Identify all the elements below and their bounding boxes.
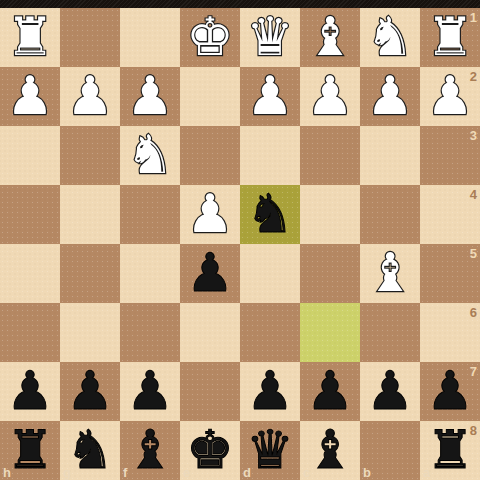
square-f5[interactable] [120,244,180,303]
square-d7[interactable]: ♟ [240,362,300,421]
chess-board: ♜♚♛♝♞1♜♟♟♟♟♟♟2♟♞3♟♞4♟♝56♟♟♟♟♟♟7♟h♜g♞f♝e♚… [0,8,480,480]
piece-white-pawn[interactable]: ♟ [420,66,480,125]
square-a3[interactable]: 3 [420,126,480,185]
square-e4[interactable]: ♟ [180,185,240,244]
square-c2[interactable]: ♟ [300,67,360,126]
square-c7[interactable]: ♟ [300,362,360,421]
square-f4[interactable] [120,185,180,244]
piece-white-rook[interactable]: ♜ [0,7,60,66]
file-label-b: b [363,465,371,480]
square-d6[interactable] [240,303,300,362]
piece-white-knight[interactable]: ♞ [120,125,180,184]
square-h8[interactable]: h♜ [0,421,60,480]
piece-black-pawn[interactable]: ♟ [180,243,240,302]
square-d3[interactable] [240,126,300,185]
piece-white-rook[interactable]: ♜ [420,7,480,66]
square-e2[interactable] [180,67,240,126]
square-a7[interactable]: 7♟ [420,362,480,421]
square-a1[interactable]: 1♜ [420,8,480,67]
square-h4[interactable] [0,185,60,244]
square-h2[interactable]: ♟ [0,67,60,126]
piece-black-bishop[interactable]: ♝ [300,420,360,479]
piece-black-pawn[interactable]: ♟ [120,361,180,420]
piece-white-pawn[interactable]: ♟ [120,66,180,125]
square-a5[interactable]: 5 [420,244,480,303]
piece-white-pawn[interactable]: ♟ [360,66,420,125]
square-h7[interactable]: ♟ [0,362,60,421]
square-a4[interactable]: 4 [420,185,480,244]
piece-white-pawn[interactable]: ♟ [180,184,240,243]
piece-black-queen[interactable]: ♛ [240,420,300,479]
square-g8[interactable]: g♞ [60,421,120,480]
piece-black-pawn[interactable]: ♟ [240,361,300,420]
piece-white-pawn[interactable]: ♟ [0,66,60,125]
piece-black-knight[interactable]: ♞ [240,184,300,243]
square-g7[interactable]: ♟ [60,362,120,421]
square-b8[interactable]: b [360,421,420,480]
square-c3[interactable] [300,126,360,185]
rank-label-6: 6 [470,305,477,320]
square-g3[interactable] [60,126,120,185]
square-f2[interactable]: ♟ [120,67,180,126]
square-d2[interactable]: ♟ [240,67,300,126]
square-e1[interactable]: ♚ [180,8,240,67]
square-d5[interactable] [240,244,300,303]
square-f6[interactable] [120,303,180,362]
square-g1[interactable] [60,8,120,67]
square-h6[interactable] [0,303,60,362]
square-f7[interactable]: ♟ [120,362,180,421]
square-c5[interactable] [300,244,360,303]
square-d4[interactable]: ♞ [240,185,300,244]
rank-label-5: 5 [470,246,477,261]
piece-white-bishop[interactable]: ♝ [360,243,420,302]
square-g4[interactable] [60,185,120,244]
square-f8[interactable]: f♝ [120,421,180,480]
square-g2[interactable]: ♟ [60,67,120,126]
square-a2[interactable]: 2♟ [420,67,480,126]
rank-label-3: 3 [470,128,477,143]
piece-white-king[interactable]: ♚ [180,7,240,66]
square-d1[interactable]: ♛ [240,8,300,67]
square-a8[interactable]: a8♜ [420,421,480,480]
square-b5[interactable]: ♝ [360,244,420,303]
piece-black-bishop[interactable]: ♝ [120,420,180,479]
piece-black-pawn[interactable]: ♟ [420,361,480,420]
piece-black-rook[interactable]: ♜ [0,420,60,479]
square-b2[interactable]: ♟ [360,67,420,126]
rank-label-4: 4 [470,187,477,202]
chess-app-frame: ♜♚♛♝♞1♜♟♟♟♟♟♟2♟♞3♟♞4♟♝56♟♟♟♟♟♟7♟h♜g♞f♝e♚… [0,0,480,480]
square-h5[interactable] [0,244,60,303]
square-b7[interactable]: ♟ [360,362,420,421]
piece-white-pawn[interactable]: ♟ [240,66,300,125]
piece-white-pawn[interactable]: ♟ [300,66,360,125]
square-c1[interactable]: ♝ [300,8,360,67]
square-c6[interactable] [300,303,360,362]
piece-black-king[interactable]: ♚ [180,420,240,479]
piece-white-bishop[interactable]: ♝ [300,7,360,66]
square-h1[interactable]: ♜ [0,8,60,67]
square-e7[interactable] [180,362,240,421]
square-c8[interactable]: c♝ [300,421,360,480]
piece-black-pawn[interactable]: ♟ [0,361,60,420]
piece-black-pawn[interactable]: ♟ [300,361,360,420]
square-f3[interactable]: ♞ [120,126,180,185]
square-c4[interactable] [300,185,360,244]
square-e3[interactable] [180,126,240,185]
square-h3[interactable] [0,126,60,185]
piece-white-knight[interactable]: ♞ [360,7,420,66]
piece-white-pawn[interactable]: ♟ [60,66,120,125]
square-b3[interactable] [360,126,420,185]
square-g6[interactable] [60,303,120,362]
piece-black-rook[interactable]: ♜ [420,420,480,479]
square-d8[interactable]: d♛ [240,421,300,480]
square-b1[interactable]: ♞ [360,8,420,67]
square-b6[interactable] [360,303,420,362]
piece-black-knight[interactable]: ♞ [60,420,120,479]
piece-black-pawn[interactable]: ♟ [60,361,120,420]
piece-white-queen[interactable]: ♛ [240,7,300,66]
square-e6[interactable] [180,303,240,362]
square-g5[interactable] [60,244,120,303]
square-e5[interactable]: ♟ [180,244,240,303]
square-e8[interactable]: e♚ [180,421,240,480]
square-b4[interactable] [360,185,420,244]
square-a6[interactable]: 6 [420,303,480,362]
piece-black-pawn[interactable]: ♟ [360,361,420,420]
square-f1[interactable] [120,8,180,67]
